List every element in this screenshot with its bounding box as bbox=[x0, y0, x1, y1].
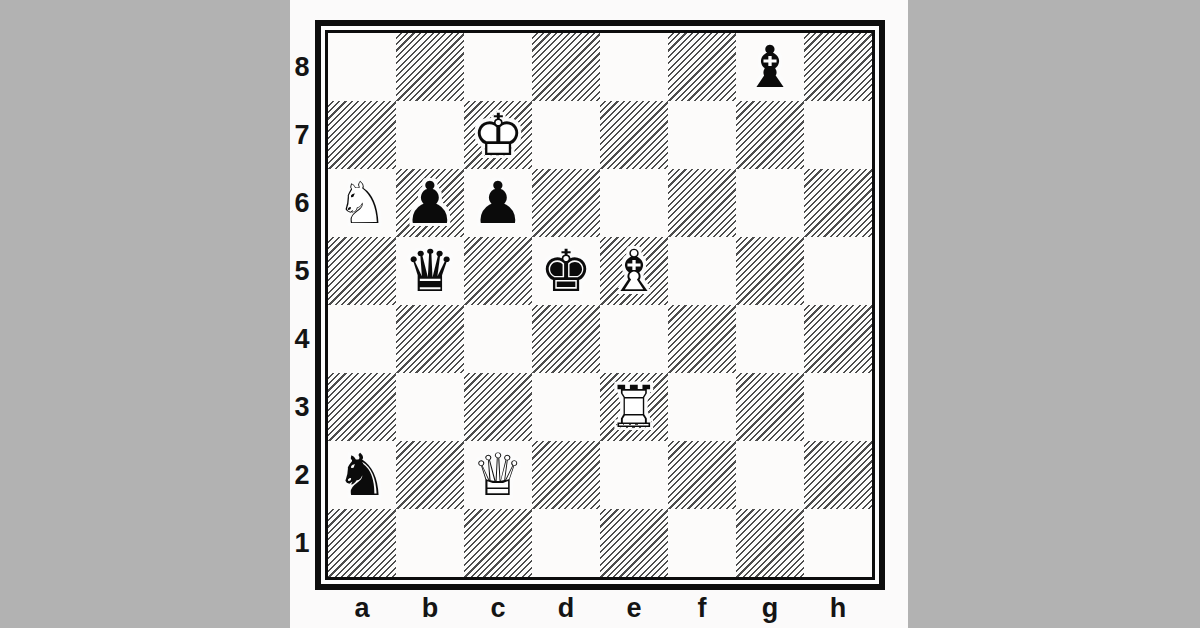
piece-white-queen: ♛♕ bbox=[464, 441, 532, 509]
chess-board: ♝♚♔♞♘♟♟♛♚♝♗♜♖♞♛♕ bbox=[328, 33, 872, 577]
square-c5 bbox=[464, 237, 532, 305]
piece-outline-layer: ♔ bbox=[464, 101, 532, 169]
square-g5 bbox=[736, 237, 804, 305]
square-e6 bbox=[600, 169, 668, 237]
square-b4 bbox=[396, 305, 464, 373]
piece-white-knight: ♞♘ bbox=[328, 169, 396, 237]
square-b2 bbox=[396, 441, 464, 509]
file-label-b: b bbox=[396, 592, 464, 626]
piece-glyph: ♚ bbox=[532, 237, 600, 305]
piece-white-king: ♚♔ bbox=[464, 101, 532, 169]
square-f1 bbox=[668, 509, 736, 577]
square-h6 bbox=[804, 169, 872, 237]
square-c6: ♟ bbox=[464, 169, 532, 237]
piece-white-rook: ♜♖ bbox=[600, 373, 668, 441]
square-g8: ♝ bbox=[736, 33, 804, 101]
square-b8 bbox=[396, 33, 464, 101]
piece-outline-layer: ♘ bbox=[328, 169, 396, 237]
chess-board-inner-frame: ♝♚♔♞♘♟♟♛♚♝♗♜♖♞♛♕ bbox=[325, 30, 875, 580]
square-e8 bbox=[600, 33, 668, 101]
file-labels: abcdefgh bbox=[328, 592, 872, 626]
piece-black-pawn: ♟ bbox=[464, 169, 532, 237]
square-d7 bbox=[532, 101, 600, 169]
page: 87654321 ♝♚♔♞♘♟♟♛♚♝♗♜♖♞♛♕ abcdefgh bbox=[0, 0, 1200, 628]
square-g1 bbox=[736, 509, 804, 577]
right-letterbox-bar bbox=[908, 0, 1200, 628]
square-d5: ♚ bbox=[532, 237, 600, 305]
piece-glyph: ♝ bbox=[736, 33, 804, 101]
square-c7: ♚♔ bbox=[464, 101, 532, 169]
square-f5 bbox=[668, 237, 736, 305]
chess-board-frame: ♝♚♔♞♘♟♟♛♚♝♗♜♖♞♛♕ bbox=[315, 20, 885, 590]
square-a3 bbox=[328, 373, 396, 441]
piece-black-queen: ♛ bbox=[396, 237, 464, 305]
square-c2: ♛♕ bbox=[464, 441, 532, 509]
square-g6 bbox=[736, 169, 804, 237]
square-f6 bbox=[668, 169, 736, 237]
square-g7 bbox=[736, 101, 804, 169]
square-a6: ♞♘ bbox=[328, 169, 396, 237]
square-a4 bbox=[328, 305, 396, 373]
square-h1 bbox=[804, 509, 872, 577]
file-label-f: f bbox=[668, 592, 736, 626]
square-b5: ♛ bbox=[396, 237, 464, 305]
square-f8 bbox=[668, 33, 736, 101]
square-a5 bbox=[328, 237, 396, 305]
piece-black-pawn: ♟ bbox=[396, 169, 464, 237]
left-letterbox-bar bbox=[0, 0, 290, 628]
rank-label-3: 3 bbox=[290, 373, 314, 441]
square-a8 bbox=[328, 33, 396, 101]
square-b3 bbox=[396, 373, 464, 441]
piece-black-knight: ♞ bbox=[328, 441, 396, 509]
piece-outline-layer: ♕ bbox=[464, 441, 532, 509]
square-a1 bbox=[328, 509, 396, 577]
square-g2 bbox=[736, 441, 804, 509]
piece-outline-layer: ♖ bbox=[600, 373, 668, 441]
file-label-a: a bbox=[328, 592, 396, 626]
square-g3 bbox=[736, 373, 804, 441]
square-d8 bbox=[532, 33, 600, 101]
square-e2 bbox=[600, 441, 668, 509]
rank-label-4: 4 bbox=[290, 305, 314, 373]
square-d3 bbox=[532, 373, 600, 441]
piece-black-king: ♚ bbox=[532, 237, 600, 305]
piece-glyph: ♛ bbox=[396, 237, 464, 305]
square-b6: ♟ bbox=[396, 169, 464, 237]
square-d6 bbox=[532, 169, 600, 237]
file-label-g: g bbox=[736, 592, 804, 626]
piece-glyph: ♞ bbox=[328, 441, 396, 509]
square-d2 bbox=[532, 441, 600, 509]
square-f4 bbox=[668, 305, 736, 373]
square-h3 bbox=[804, 373, 872, 441]
rank-label-2: 2 bbox=[290, 441, 314, 509]
square-f3 bbox=[668, 373, 736, 441]
square-b7 bbox=[396, 101, 464, 169]
file-label-h: h bbox=[804, 592, 872, 626]
chess-diagram-panel: 87654321 ♝♚♔♞♘♟♟♛♚♝♗♜♖♞♛♕ abcdefgh bbox=[290, 0, 908, 628]
square-c8 bbox=[464, 33, 532, 101]
file-label-d: d bbox=[532, 592, 600, 626]
file-label-e: e bbox=[600, 592, 668, 626]
rank-label-6: 6 bbox=[290, 169, 314, 237]
square-c1 bbox=[464, 509, 532, 577]
piece-black-bishop: ♝ bbox=[736, 33, 804, 101]
piece-glyph: ♟ bbox=[464, 169, 532, 237]
rank-label-1: 1 bbox=[290, 509, 314, 577]
square-a2: ♞ bbox=[328, 441, 396, 509]
square-e1 bbox=[600, 509, 668, 577]
piece-glyph: ♟ bbox=[396, 169, 464, 237]
rank-label-5: 5 bbox=[290, 237, 314, 305]
piece-outline-layer: ♗ bbox=[600, 237, 668, 305]
square-e7 bbox=[600, 101, 668, 169]
square-b1 bbox=[396, 509, 464, 577]
square-h8 bbox=[804, 33, 872, 101]
square-d1 bbox=[532, 509, 600, 577]
square-h5 bbox=[804, 237, 872, 305]
file-label-c: c bbox=[464, 592, 532, 626]
rank-label-8: 8 bbox=[290, 33, 314, 101]
square-d4 bbox=[532, 305, 600, 373]
square-h2 bbox=[804, 441, 872, 509]
square-g4 bbox=[736, 305, 804, 373]
square-f2 bbox=[668, 441, 736, 509]
square-e4 bbox=[600, 305, 668, 373]
piece-white-bishop: ♝♗ bbox=[600, 237, 668, 305]
square-h7 bbox=[804, 101, 872, 169]
square-c4 bbox=[464, 305, 532, 373]
rank-labels: 87654321 bbox=[290, 33, 314, 577]
square-c3 bbox=[464, 373, 532, 441]
square-e3: ♜♖ bbox=[600, 373, 668, 441]
square-e5: ♝♗ bbox=[600, 237, 668, 305]
square-f7 bbox=[668, 101, 736, 169]
square-a7 bbox=[328, 101, 396, 169]
rank-label-7: 7 bbox=[290, 101, 314, 169]
square-h4 bbox=[804, 305, 872, 373]
